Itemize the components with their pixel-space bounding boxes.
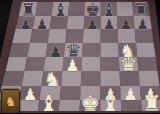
square-f4[interactable] [101, 57, 120, 71]
square-g8[interactable] [117, 2, 134, 16]
square-d1[interactable] [59, 100, 81, 111]
square-d7[interactable] [67, 16, 85, 29]
square-h4[interactable] [137, 57, 157, 71]
square-f5[interactable] [101, 43, 119, 57]
piece-white-queen-g4[interactable]: ♛ [120, 53, 137, 75]
chess-app-window: ♜♝♚♝♜♟♟♟♟♟♟♟♛♞♛♟♞♟♟♟♟♟♜♝♚♝♜ ♞ chess r1b1… [0, 0, 160, 113]
piece-white-pawn-b2[interactable]: ♟ [23, 85, 37, 104]
square-e4[interactable] [82, 57, 101, 71]
square-a5[interactable] [9, 43, 30, 57]
piece-white-knight-c3[interactable]: ♞ [43, 67, 61, 91]
piece-white-bishop-f1[interactable]: ♝ [101, 91, 121, 114]
square-d2[interactable] [60, 86, 81, 100]
square-b5[interactable] [27, 43, 47, 57]
piece-black-pawn-e7[interactable]: ♟ [86, 16, 98, 32]
square-e5[interactable] [82, 43, 100, 57]
piece-black-pawn-c5[interactable]: ♟ [49, 43, 63, 61]
piece-black-pawn-f7[interactable]: ♟ [103, 16, 115, 32]
piece-black-pawn-b7[interactable]: ♟ [36, 16, 48, 32]
piece-black-bishop-c8[interactable]: ♝ [52, 0, 68, 20]
mascot-knight-icon: ♞ [5, 95, 17, 108]
square-d8[interactable] [68, 2, 85, 16]
piece-black-pawn-a7[interactable]: ♟ [19, 16, 31, 32]
piece-black-pawn-h7[interactable]: ♟ [136, 16, 148, 32]
square-e3[interactable] [81, 71, 101, 86]
piece-black-pawn-g7[interactable]: ♟ [120, 16, 132, 32]
piece-white-pawn-g2[interactable]: ♟ [123, 85, 137, 104]
piece-white-bishop-c1[interactable]: ♝ [39, 91, 59, 114]
square-a4[interactable] [6, 57, 28, 71]
piece-white-king-e1[interactable]: ♚ [80, 91, 100, 114]
square-b8[interactable] [35, 2, 53, 16]
piece-white-pawn-d4[interactable]: ♟ [65, 56, 79, 75]
square-h5[interactable] [136, 43, 156, 57]
square-c6[interactable] [48, 29, 67, 43]
program-logo: ♞ [1, 89, 20, 113]
chess-board[interactable]: ♜♝♚♝♜♟♟♟♟♟♟♟♛♞♛♟♞♟♟♟♟♟♜♝♚♝♜ [0, 0, 160, 113]
piece-white-rook-h1[interactable]: ♜ [142, 91, 160, 114]
